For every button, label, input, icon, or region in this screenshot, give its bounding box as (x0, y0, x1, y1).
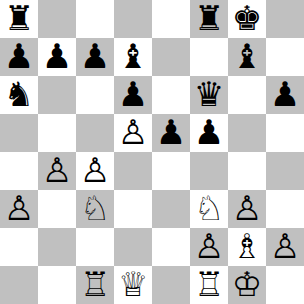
white-pawn[interactable]: ♙ (42, 152, 72, 189)
white-knight[interactable]: ♘ (194, 190, 224, 227)
chess-board: ♜♜♚♟♟♟♝♝♞♟♛♟♙♟♟♙♙♙♘♘♙♙♗♙♖♕♖♔ (0, 0, 304, 304)
white-pawn[interactable]: ♙ (80, 152, 110, 189)
square-h8[interactable] (266, 0, 304, 38)
white-queen[interactable]: ♕ (118, 266, 148, 303)
white-bishop[interactable]: ♗ (232, 228, 262, 265)
square-c2[interactable] (76, 228, 114, 266)
square-e7[interactable] (152, 38, 190, 76)
black-rook[interactable]: ♜ (194, 0, 224, 37)
square-f1[interactable]: ♖ (190, 266, 228, 304)
square-a7[interactable]: ♟ (0, 38, 38, 76)
square-h1[interactable] (266, 266, 304, 304)
black-pawn[interactable]: ♟ (156, 114, 186, 151)
square-b3[interactable] (38, 190, 76, 228)
square-c8[interactable] (76, 0, 114, 38)
square-c4[interactable]: ♙ (76, 152, 114, 190)
black-pawn[interactable]: ♟ (80, 38, 110, 75)
square-b4[interactable]: ♙ (38, 152, 76, 190)
white-pawn[interactable]: ♙ (270, 228, 300, 265)
white-rook[interactable]: ♖ (80, 266, 110, 303)
square-g5[interactable] (228, 114, 266, 152)
square-g4[interactable] (228, 152, 266, 190)
black-pawn[interactable]: ♟ (42, 38, 72, 75)
square-h5[interactable] (266, 114, 304, 152)
square-a3[interactable]: ♙ (0, 190, 38, 228)
square-e6[interactable] (152, 76, 190, 114)
square-a8[interactable]: ♜ (0, 0, 38, 38)
square-b2[interactable] (38, 228, 76, 266)
square-e5[interactable]: ♟ (152, 114, 190, 152)
square-a6[interactable]: ♞ (0, 76, 38, 114)
square-c1[interactable]: ♖ (76, 266, 114, 304)
square-f7[interactable] (190, 38, 228, 76)
square-d8[interactable] (114, 0, 152, 38)
square-g6[interactable] (228, 76, 266, 114)
square-g8[interactable]: ♚ (228, 0, 266, 38)
square-a4[interactable] (0, 152, 38, 190)
black-rook[interactable]: ♜ (4, 0, 34, 37)
square-h2[interactable]: ♙ (266, 228, 304, 266)
square-f3[interactable]: ♘ (190, 190, 228, 228)
square-e3[interactable] (152, 190, 190, 228)
square-c3[interactable]: ♘ (76, 190, 114, 228)
black-bishop[interactable]: ♝ (118, 38, 148, 75)
square-f2[interactable]: ♙ (190, 228, 228, 266)
white-king[interactable]: ♔ (232, 266, 262, 303)
square-b6[interactable] (38, 76, 76, 114)
square-d3[interactable] (114, 190, 152, 228)
square-d2[interactable] (114, 228, 152, 266)
square-c7[interactable]: ♟ (76, 38, 114, 76)
square-a5[interactable] (0, 114, 38, 152)
black-pawn[interactable]: ♟ (270, 76, 300, 113)
square-g3[interactable]: ♙ (228, 190, 266, 228)
square-d1[interactable]: ♕ (114, 266, 152, 304)
square-e4[interactable] (152, 152, 190, 190)
square-c5[interactable] (76, 114, 114, 152)
white-pawn[interactable]: ♙ (232, 190, 262, 227)
square-e1[interactable] (152, 266, 190, 304)
black-king[interactable]: ♚ (232, 0, 262, 37)
black-queen[interactable]: ♛ (194, 76, 224, 113)
square-b7[interactable]: ♟ (38, 38, 76, 76)
square-h4[interactable] (266, 152, 304, 190)
square-d6[interactable]: ♟ (114, 76, 152, 114)
black-pawn[interactable]: ♟ (118, 76, 148, 113)
white-knight[interactable]: ♘ (80, 190, 110, 227)
square-b1[interactable] (38, 266, 76, 304)
square-c6[interactable] (76, 76, 114, 114)
square-h3[interactable] (266, 190, 304, 228)
square-d5[interactable]: ♙ (114, 114, 152, 152)
white-pawn[interactable]: ♙ (4, 190, 34, 227)
square-e8[interactable] (152, 0, 190, 38)
square-g2[interactable]: ♗ (228, 228, 266, 266)
square-a1[interactable] (0, 266, 38, 304)
black-pawn[interactable]: ♟ (194, 114, 224, 151)
black-bishop[interactable]: ♝ (232, 38, 262, 75)
chess-board-container: ♜♜♚♟♟♟♝♝♞♟♛♟♙♟♟♙♙♙♘♘♙♙♗♙♖♕♖♔ (0, 0, 304, 304)
square-b5[interactable] (38, 114, 76, 152)
white-rook[interactable]: ♖ (194, 266, 224, 303)
white-pawn[interactable]: ♙ (194, 228, 224, 265)
square-f8[interactable]: ♜ (190, 0, 228, 38)
square-f5[interactable]: ♟ (190, 114, 228, 152)
square-f6[interactable]: ♛ (190, 76, 228, 114)
square-h6[interactable]: ♟ (266, 76, 304, 114)
square-d4[interactable] (114, 152, 152, 190)
square-f4[interactable] (190, 152, 228, 190)
square-g1[interactable]: ♔ (228, 266, 266, 304)
square-b8[interactable] (38, 0, 76, 38)
square-h7[interactable] (266, 38, 304, 76)
square-g7[interactable]: ♝ (228, 38, 266, 76)
black-pawn[interactable]: ♟ (4, 38, 34, 75)
square-d7[interactable]: ♝ (114, 38, 152, 76)
black-knight[interactable]: ♞ (4, 76, 34, 113)
square-a2[interactable] (0, 228, 38, 266)
white-pawn[interactable]: ♙ (118, 114, 148, 151)
square-e2[interactable] (152, 228, 190, 266)
